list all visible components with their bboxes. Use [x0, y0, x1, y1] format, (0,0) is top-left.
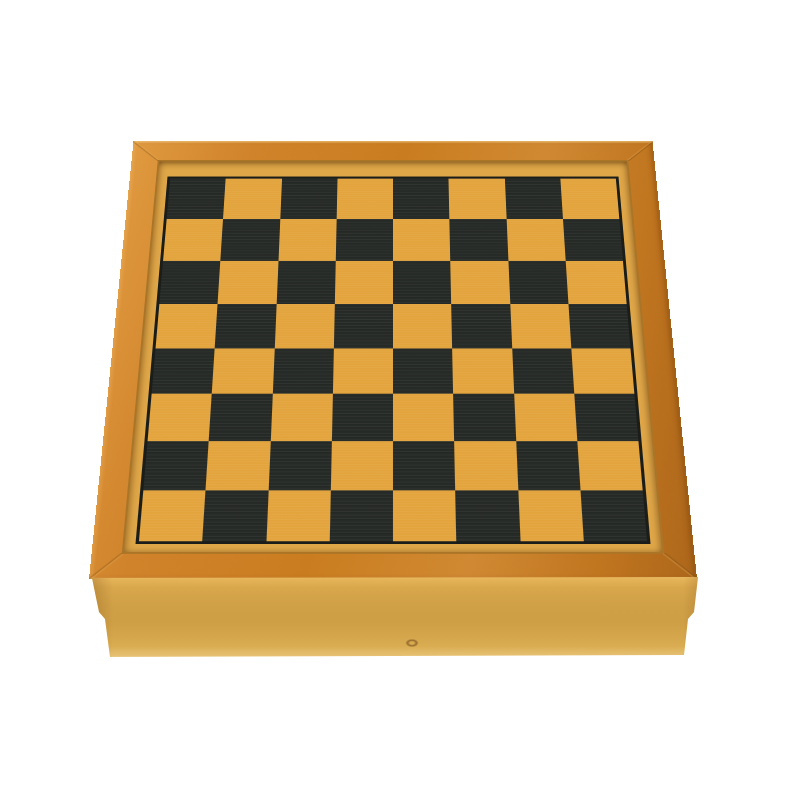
board-square: [156, 304, 218, 348]
board-square: [334, 304, 393, 348]
board-square: [278, 219, 336, 261]
board-square: [268, 441, 331, 490]
board-square: [148, 394, 212, 441]
board-square: [336, 219, 393, 261]
board-square: [393, 219, 450, 261]
board-square: [152, 348, 215, 394]
board-square: [518, 490, 584, 541]
board-square: [452, 348, 513, 394]
box-front-face: [88, 571, 708, 663]
board-square: [163, 219, 223, 261]
board-square: [450, 219, 508, 261]
board-square: [143, 441, 209, 490]
board-square: [218, 261, 278, 304]
board-square: [571, 348, 634, 394]
board-square: [574, 394, 638, 441]
box-lid-top-face: [89, 141, 697, 579]
board-square: [449, 179, 506, 219]
board-square: [167, 179, 226, 219]
board-square: [332, 394, 393, 441]
board-square: [274, 304, 334, 348]
frame-miter-joint-top-left: [132, 141, 161, 161]
board-square: [560, 179, 619, 219]
board-square: [215, 304, 276, 348]
wood-knot-mark: [404, 638, 420, 648]
board-square: [206, 441, 271, 490]
board-square: [272, 348, 333, 394]
board-square: [510, 304, 571, 348]
board-square: [212, 348, 274, 394]
board-square: [504, 179, 562, 219]
frame-miter-joint-bottom-right: [663, 553, 697, 579]
board-square: [336, 179, 393, 219]
board-square: [506, 219, 565, 261]
product-photo-wooden-game-box: [0, 0, 800, 800]
board-square: [335, 261, 393, 304]
board-square: [577, 441, 643, 490]
board-square: [159, 261, 220, 304]
board-square: [568, 304, 630, 348]
frame-miter-joint-top-right: [626, 141, 655, 161]
board-square: [221, 219, 280, 261]
board-square: [455, 490, 520, 541]
board-square: [202, 490, 268, 541]
board-square: [393, 394, 454, 441]
board-square: [514, 394, 577, 441]
board-square: [393, 304, 452, 348]
board-square: [393, 179, 450, 219]
board-square: [270, 394, 332, 441]
board-square: [333, 348, 393, 394]
board-square: [209, 394, 272, 441]
board-square: [331, 441, 393, 490]
board-square: [580, 490, 647, 541]
board-square: [516, 441, 581, 490]
board-panel: [122, 160, 665, 554]
board-square: [280, 179, 337, 219]
board-square: [450, 261, 509, 304]
board-square: [393, 261, 451, 304]
board-square: [223, 179, 281, 219]
board-square: [139, 490, 206, 541]
board-square: [512, 348, 574, 394]
board-square: [451, 304, 511, 348]
board-square: [276, 261, 335, 304]
board-square: [266, 490, 331, 541]
board-square: [565, 261, 626, 304]
board-square: [508, 261, 568, 304]
board-square: [393, 490, 457, 541]
board-square: [454, 441, 517, 490]
board-square: [563, 219, 623, 261]
checkerboard: [139, 179, 647, 542]
board-square: [453, 394, 515, 441]
board-square: [329, 490, 393, 541]
board-square: [393, 441, 455, 490]
frame-miter-joint-bottom-left: [89, 553, 123, 579]
board-square: [393, 348, 453, 394]
board-border-line: [135, 177, 650, 544]
